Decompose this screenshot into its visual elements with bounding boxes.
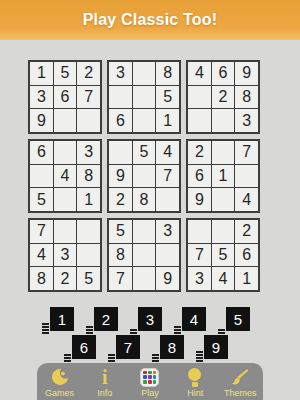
sudoku-cell-r5c1[interactable] (30, 165, 53, 188)
number-button-3[interactable]: 3 (138, 307, 162, 331)
sudoku-cell-r7c3[interactable] (77, 220, 100, 243)
themes-brush-icon (231, 367, 249, 387)
sudoku-cell-r8c2[interactable]: 3 (54, 244, 77, 267)
sudoku-cell-r3c3[interactable] (77, 109, 100, 132)
sudoku-cell-r7c1[interactable]: 7 (30, 220, 53, 243)
number-button-digit: 1 (58, 311, 66, 328)
sudoku-box: 38561 (107, 60, 181, 134)
games-icon (51, 367, 69, 387)
sudoku-cell-r1c3[interactable]: 2 (77, 62, 100, 85)
sudoku-cell-r4c5[interactable]: 5 (133, 141, 156, 164)
sudoku-cell-r7c7[interactable] (188, 220, 211, 243)
number-pad-row-2: 6789 (0, 335, 300, 359)
sudoku-cell-r5c7[interactable]: 6 (188, 165, 211, 188)
sudoku-cell-r1c7[interactable]: 4 (188, 62, 211, 85)
number-button-1[interactable]: 1 (50, 307, 74, 331)
number-button-4[interactable]: 4 (182, 307, 206, 331)
sudoku-cell-r6c6[interactable] (156, 188, 179, 211)
sudoku-cell-r5c6[interactable]: 7 (156, 165, 179, 188)
play-label: Play (141, 389, 159, 398)
sudoku-cell-r3c4[interactable]: 6 (109, 109, 132, 132)
sudoku-cell-r3c6[interactable]: 1 (156, 109, 179, 132)
sudoku-box: 276194 (186, 139, 260, 213)
number-button-digit: 9 (212, 339, 220, 356)
sudoku-cell-r5c2[interactable]: 4 (54, 165, 77, 188)
number-button-7[interactable]: 7 (116, 335, 140, 359)
info-button[interactable]: i Info (83, 367, 127, 398)
sudoku-cell-r7c5[interactable] (133, 220, 156, 243)
sudoku-cell-r9c4[interactable]: 7 (109, 267, 132, 290)
sudoku-cell-r4c6[interactable]: 4 (156, 141, 179, 164)
remaining-tally (130, 329, 137, 334)
sudoku-box: 634851 (28, 139, 102, 213)
sudoku-cell-r4c4[interactable] (109, 141, 132, 164)
hint-bulb-icon (188, 367, 202, 387)
bottom-toolbar: Games i Info Play Hint Themes (37, 363, 263, 400)
sudoku-cell-r7c4[interactable]: 5 (109, 220, 132, 243)
number-button-2[interactable]: 2 (94, 307, 118, 331)
sudoku-cell-r9c9[interactable]: 1 (235, 267, 258, 290)
sudoku-cell-r2c5[interactable] (133, 86, 156, 109)
themes-label: Themes (224, 389, 257, 398)
sudoku-cell-r9c3[interactable]: 5 (77, 267, 100, 290)
app-header: Play Classic Too! (0, 0, 300, 40)
sudoku-cell-r4c3[interactable]: 3 (77, 141, 100, 164)
sudoku-cell-r6c8[interactable] (212, 188, 235, 211)
sudoku-cell-r2c1[interactable]: 3 (30, 86, 53, 109)
sudoku-cell-r1c1[interactable]: 1 (30, 62, 53, 85)
info-icon: i (102, 367, 108, 387)
sudoku-cell-r1c5[interactable] (133, 62, 156, 85)
sudoku-cell-r6c1[interactable]: 5 (30, 188, 53, 211)
sudoku-cell-r9c6[interactable]: 9 (156, 267, 179, 290)
sudoku-cell-r8c1[interactable]: 4 (30, 244, 53, 267)
sudoku-cell-r6c7[interactable]: 9 (188, 188, 211, 211)
page-title: Play Classic Too! (83, 11, 218, 29)
number-button-digit: 2 (102, 311, 110, 328)
sudoku-cell-r1c2[interactable]: 5 (54, 62, 77, 85)
sudoku-cell-r9c5[interactable] (133, 267, 156, 290)
sudoku-cell-r6c3[interactable]: 1 (77, 188, 100, 211)
sudoku-box: 2756341 (186, 218, 260, 292)
sudoku-cell-r1c6[interactable]: 8 (156, 62, 179, 85)
sudoku-cell-r9c1[interactable]: 8 (30, 267, 53, 290)
sudoku-cell-r5c8[interactable]: 1 (212, 165, 235, 188)
sudoku-cell-r1c8[interactable]: 6 (212, 62, 235, 85)
number-button-6[interactable]: 6 (72, 335, 96, 359)
number-button-digit: 5 (234, 311, 242, 328)
sudoku-cell-r2c8[interactable]: 2 (212, 86, 235, 109)
sudoku-cell-r9c7[interactable]: 3 (188, 267, 211, 290)
number-button-digit: 4 (190, 311, 198, 328)
play-grid-icon (140, 367, 159, 387)
info-label: Info (97, 389, 112, 398)
sudoku-cell-r2c9[interactable]: 8 (235, 86, 258, 109)
sudoku-cell-r5c3[interactable]: 8 (77, 165, 100, 188)
sudoku-box: 1523679 (28, 60, 102, 134)
sudoku-cell-r6c4[interactable]: 2 (109, 188, 132, 211)
sudoku-cell-r5c9[interactable] (235, 165, 258, 188)
sudoku-cell-r2c3[interactable]: 7 (77, 86, 100, 109)
sudoku-cell-r2c4[interactable] (109, 86, 132, 109)
sudoku-cell-r1c4[interactable]: 3 (109, 62, 132, 85)
hint-label: Hint (187, 389, 203, 398)
number-pad-row-1: 12345 (0, 307, 300, 331)
sudoku-cell-r6c2[interactable] (54, 188, 77, 211)
sudoku-cell-r5c4[interactable]: 9 (109, 165, 132, 188)
sudoku-cell-r5c5[interactable] (133, 165, 156, 188)
remaining-tally (218, 329, 225, 334)
remaining-tally (86, 326, 93, 334)
sudoku-cell-r8c7[interactable]: 7 (188, 244, 211, 267)
number-button-digit: 7 (124, 339, 132, 356)
sudoku-cell-r6c5[interactable]: 8 (133, 188, 156, 211)
remaining-tally (64, 354, 71, 362)
sudoku-cell-r2c7[interactable] (188, 86, 211, 109)
hint-button[interactable]: Hint (173, 367, 217, 398)
sudoku-cell-r8c4[interactable]: 8 (109, 244, 132, 267)
sudoku-cell-r7c8[interactable] (212, 220, 235, 243)
sudoku-cell-r4c2[interactable] (54, 141, 77, 164)
sudoku-cell-r8c8[interactable]: 5 (212, 244, 235, 267)
play-button[interactable]: Play (128, 367, 172, 398)
number-button-9[interactable]: 9 (204, 335, 228, 359)
sudoku-cell-r9c2[interactable]: 2 (54, 267, 77, 290)
sudoku-cell-r4c1[interactable]: 6 (30, 141, 53, 164)
sudoku-cell-r7c2[interactable] (54, 220, 77, 243)
sudoku-cell-r8c9[interactable]: 6 (235, 244, 258, 267)
sudoku-box: 469283 (186, 60, 260, 134)
sudoku-cell-r2c2[interactable]: 6 (54, 86, 77, 109)
sudoku-cell-r1c9[interactable]: 9 (235, 62, 258, 85)
games-button[interactable]: Games (38, 367, 82, 398)
sudoku-box: 549728 (107, 139, 181, 213)
sudoku-cell-r7c6[interactable]: 3 (156, 220, 179, 243)
themes-button[interactable]: Themes (218, 367, 262, 398)
sudoku-cell-r3c8[interactable] (212, 109, 235, 132)
remaining-tally (108, 354, 115, 362)
play-grid-icon-tiles (140, 368, 159, 387)
sudoku-cell-r8c5[interactable] (133, 244, 156, 267)
sudoku-cell-r7c9[interactable]: 2 (235, 220, 258, 243)
number-button-8[interactable]: 8 (160, 335, 184, 359)
remaining-tally (42, 323, 49, 334)
number-button-5[interactable]: 5 (226, 307, 250, 331)
sudoku-cell-r3c7[interactable] (188, 109, 211, 132)
sudoku-cell-r8c6[interactable] (156, 244, 179, 267)
sudoku-cell-r3c1[interactable]: 9 (30, 109, 53, 132)
number-button-digit: 8 (168, 339, 176, 356)
remaining-tally (196, 351, 203, 362)
sudoku-cell-r4c9[interactable]: 7 (235, 141, 258, 164)
number-button-digit: 6 (80, 339, 88, 356)
remaining-tally (174, 326, 181, 334)
remaining-tally (152, 354, 159, 362)
sudoku-cell-r4c7[interactable]: 2 (188, 141, 211, 164)
sudoku-cell-r4c8[interactable] (212, 141, 235, 164)
sudoku-cell-r3c9[interactable]: 3 (235, 109, 258, 132)
sudoku-box: 53879 (107, 218, 181, 292)
games-label: Games (45, 389, 74, 398)
sudoku-cell-r3c5[interactable] (133, 109, 156, 132)
sudoku-cell-r6c9[interactable]: 4 (235, 188, 258, 211)
sudoku-cell-r3c2[interactable] (54, 109, 77, 132)
sudoku-board: 1523679385614692836348515497282761947438… (28, 60, 260, 292)
sudoku-cell-r9c8[interactable]: 4 (212, 267, 235, 290)
sudoku-cell-r2c6[interactable]: 5 (156, 86, 179, 109)
number-button-digit: 3 (146, 311, 154, 328)
sudoku-cell-r8c3[interactable] (77, 244, 100, 267)
sudoku-box: 743825 (28, 218, 102, 292)
